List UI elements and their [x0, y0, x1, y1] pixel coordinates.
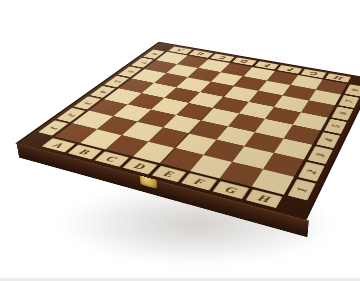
file-label-h: H: [256, 193, 273, 204]
rank-plaque-5: 5: [324, 119, 347, 134]
photo-edge-line: [0, 278, 360, 281]
rank-plaque-4: 4: [316, 132, 340, 149]
rank-label-4: 4: [322, 138, 334, 143]
rank-plaque-3: 3: [307, 146, 332, 164]
rank-plaque-7: 7: [338, 95, 359, 108]
black-pawn-glyph: ♟: [307, 64, 340, 99]
file-label-c: C: [104, 154, 119, 163]
file-label-g: G: [223, 185, 239, 196]
rank-plaque-6: 6: [332, 106, 354, 120]
rank-label-2: 2: [305, 169, 318, 175]
rank-label-6: 6: [125, 70, 135, 73]
white-rook-glyph: ♜: [245, 130, 296, 184]
rank-label-7: 7: [344, 99, 355, 103]
file-label-a: A: [51, 141, 67, 149]
rank-label-3: 3: [314, 152, 327, 157]
file-label-b: B: [77, 148, 93, 157]
file-label-e: E: [161, 169, 176, 179]
product-photo-scene: ABCDEFGH 87654321 87654321 ABCDEFGH ♜♞♝♛…: [0, 0, 360, 282]
file-label-f: F: [192, 177, 207, 187]
rank-label-5: 5: [330, 124, 342, 129]
square-h7[interactable]: ♟: [308, 90, 341, 106]
rank-label-1: 1: [295, 186, 309, 192]
rank-label-8: 8: [350, 89, 360, 93]
file-label-d: D: [132, 162, 148, 172]
rank-label-6: 6: [337, 111, 348, 115]
